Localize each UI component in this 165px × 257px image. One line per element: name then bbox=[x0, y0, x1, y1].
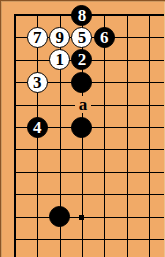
move-number: 5 bbox=[78, 28, 87, 45]
move-number: 2 bbox=[78, 51, 87, 68]
go-stone-white-move-9: 9 bbox=[49, 27, 70, 48]
move-number: 6 bbox=[100, 28, 109, 45]
go-stone-black-move-6: 6 bbox=[94, 27, 115, 48]
board-edge-left-line bbox=[14, 14, 16, 257]
move-number: 3 bbox=[33, 73, 42, 90]
move-number: 4 bbox=[33, 118, 42, 135]
go-stone-black-move-8: 8 bbox=[71, 5, 92, 26]
point-label-a: a bbox=[75, 96, 91, 113]
move-number: 9 bbox=[55, 28, 64, 45]
move-number: 1 bbox=[55, 51, 64, 68]
go-stone-white-move-3: 3 bbox=[27, 72, 48, 93]
go-stone-black-plain bbox=[71, 117, 92, 138]
move-number: 8 bbox=[78, 6, 87, 23]
go-board: 879561234a bbox=[1, 1, 165, 257]
go-stone-black-move-4: 4 bbox=[27, 117, 48, 138]
hoshi-star-point bbox=[79, 215, 84, 220]
go-stone-white-move-7: 7 bbox=[27, 27, 48, 48]
go-diagram: 879561234a bbox=[0, 0, 165, 257]
image-right-edge-highlight bbox=[164, 2, 165, 257]
move-number: 7 bbox=[33, 28, 42, 45]
